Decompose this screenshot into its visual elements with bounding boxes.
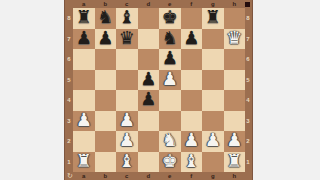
square-c1[interactable]: ♝ [116, 152, 138, 173]
piece-black-pawn-a7[interactable]: ♟ [76, 29, 92, 47]
square-f3[interactable] [181, 111, 203, 132]
file-label-c: c [116, 172, 138, 180]
square-c4[interactable] [116, 90, 138, 111]
rank-label-6: 6 [244, 49, 252, 70]
square-h1[interactable]: ♜ [224, 152, 246, 173]
piece-white-pawn-c2[interactable]: ♟ [119, 131, 135, 149]
square-g5[interactable] [202, 70, 224, 91]
square-e3[interactable] [159, 111, 181, 132]
menu-icon[interactable] [245, 2, 250, 7]
file-label-f: f [181, 172, 203, 180]
square-b8[interactable]: ♞ [95, 8, 117, 29]
square-h4[interactable] [224, 90, 246, 111]
rank-label-2: 2 [65, 131, 73, 152]
piece-black-king-e8[interactable]: ♚ [162, 8, 178, 26]
rank-label-1: 1 [244, 152, 252, 173]
square-d2[interactable] [138, 131, 160, 152]
square-d6[interactable] [138, 49, 160, 70]
rank-label-8: 8 [244, 8, 252, 29]
piece-black-knight-e7[interactable]: ♞ [162, 29, 178, 47]
piece-white-pawn-h2[interactable]: ♟ [226, 131, 242, 149]
square-c6[interactable] [116, 49, 138, 70]
file-label-b: b [95, 172, 117, 180]
piece-black-pawn-b7[interactable]: ♟ [97, 29, 113, 47]
piece-white-pawn-e5[interactable]: ♟ [162, 70, 178, 88]
square-a5[interactable] [73, 70, 95, 91]
square-e4[interactable] [159, 90, 181, 111]
square-a7[interactable]: ♟ [73, 29, 95, 50]
rank-label-5: 5 [244, 70, 252, 91]
square-c7[interactable]: ♛ [116, 29, 138, 50]
square-f8[interactable] [181, 8, 203, 29]
file-label-h: h [224, 172, 246, 180]
square-b2[interactable] [95, 131, 117, 152]
square-h7[interactable]: ♛ [224, 29, 246, 50]
square-h6[interactable] [224, 49, 246, 70]
square-b7[interactable]: ♟ [95, 29, 117, 50]
square-a2[interactable] [73, 131, 95, 152]
square-g4[interactable] [202, 90, 224, 111]
piece-black-knight-b8[interactable]: ♞ [97, 8, 113, 26]
rank-label-3: 3 [65, 111, 73, 132]
rank-labels-left: 87654321 [65, 8, 73, 172]
square-d4[interactable]: ♟ [138, 90, 160, 111]
chess-board-frame: abcdefgh 87654321 87654321 ♜♞♝♚♜♟♟♛♞♟♛♟♟… [64, 0, 253, 180]
square-e6[interactable]: ♟ [159, 49, 181, 70]
square-a3[interactable]: ♟ [73, 111, 95, 132]
piece-black-pawn-d4[interactable]: ♟ [140, 90, 156, 108]
square-c5[interactable] [116, 70, 138, 91]
piece-white-bishop-c1[interactable]: ♝ [119, 152, 135, 170]
piece-white-knight-e2[interactable]: ♞ [162, 131, 178, 149]
chess-app: abcdefgh 87654321 87654321 ♜♞♝♚♜♟♟♛♞♟♛♟♟… [0, 0, 320, 180]
square-b1[interactable] [95, 152, 117, 173]
square-g3[interactable] [202, 111, 224, 132]
square-f1[interactable]: ♝ [181, 152, 203, 173]
piece-white-pawn-g2[interactable]: ♟ [205, 131, 221, 149]
square-h2[interactable]: ♟ [224, 131, 246, 152]
square-d3[interactable] [138, 111, 160, 132]
square-f5[interactable] [181, 70, 203, 91]
rank-label-8: 8 [65, 8, 73, 29]
piece-white-pawn-a3[interactable]: ♟ [76, 111, 92, 129]
file-label-a: a [73, 172, 95, 180]
piece-black-rook-g8[interactable]: ♜ [205, 8, 221, 26]
rank-label-3: 3 [244, 111, 252, 132]
piece-white-pawn-f2[interactable]: ♟ [183, 131, 199, 149]
piece-white-queen-h7[interactable]: ♛ [226, 29, 242, 47]
square-g1[interactable] [202, 152, 224, 173]
square-c2[interactable]: ♟ [116, 131, 138, 152]
piece-white-king-e1[interactable]: ♚ [162, 152, 178, 170]
square-h5[interactable] [224, 70, 246, 91]
square-e2[interactable]: ♞ [159, 131, 181, 152]
square-g8[interactable]: ♜ [202, 8, 224, 29]
square-d8[interactable] [138, 8, 160, 29]
rank-label-5: 5 [65, 70, 73, 91]
square-a8[interactable]: ♜ [73, 8, 95, 29]
file-label-f: f [181, 0, 203, 8]
rank-label-7: 7 [244, 29, 252, 50]
square-e7[interactable]: ♞ [159, 29, 181, 50]
square-h3[interactable] [224, 111, 246, 132]
square-d7[interactable] [138, 29, 160, 50]
square-g6[interactable] [202, 49, 224, 70]
board-squares: ♜♞♝♚♜♟♟♛♞♟♛♟♟♟♟♟♟♟♞♟♟♟♜♝♚♝♜ [73, 8, 245, 172]
square-g2[interactable]: ♟ [202, 131, 224, 152]
square-b4[interactable] [95, 90, 117, 111]
square-b6[interactable] [95, 49, 117, 70]
file-labels-bottom: abcdefgh [73, 172, 245, 180]
rank-labels-right: 87654321 [244, 8, 252, 172]
refresh-icon[interactable]: ↻ [66, 172, 74, 180]
piece-black-rook-a8[interactable]: ♜ [76, 8, 92, 26]
square-f7[interactable]: ♟ [181, 29, 203, 50]
square-c3[interactable]: ♟ [116, 111, 138, 132]
file-label-d: d [138, 172, 160, 180]
square-f2[interactable]: ♟ [181, 131, 203, 152]
square-c8[interactable]: ♝ [116, 8, 138, 29]
file-label-e: e [159, 172, 181, 180]
square-f6[interactable] [181, 49, 203, 70]
piece-black-pawn-f7[interactable]: ♟ [183, 29, 199, 47]
piece-white-bishop-f1[interactable]: ♝ [183, 152, 199, 170]
rank-label-6: 6 [65, 49, 73, 70]
square-e5[interactable]: ♟ [159, 70, 181, 91]
rank-label-7: 7 [65, 29, 73, 50]
piece-black-pawn-e6[interactable]: ♟ [162, 49, 178, 67]
square-b5[interactable] [95, 70, 117, 91]
square-h8[interactable] [224, 8, 246, 29]
file-label-h: h [224, 0, 246, 8]
rank-label-2: 2 [244, 131, 252, 152]
piece-white-rook-a1[interactable]: ♜ [76, 152, 92, 170]
square-b3[interactable] [95, 111, 117, 132]
square-e8[interactable]: ♚ [159, 8, 181, 29]
square-e1[interactable]: ♚ [159, 152, 181, 173]
square-f4[interactable] [181, 90, 203, 111]
piece-white-pawn-c3[interactable]: ♟ [119, 111, 135, 129]
piece-black-bishop-c8[interactable]: ♝ [119, 8, 135, 26]
square-a1[interactable]: ♜ [73, 152, 95, 173]
square-a6[interactable] [73, 49, 95, 70]
rank-label-1: 1 [65, 152, 73, 173]
square-d1[interactable] [138, 152, 160, 173]
file-label-d: d [138, 0, 160, 8]
file-label-g: g [202, 172, 224, 180]
rank-label-4: 4 [65, 90, 73, 111]
square-d5[interactable]: ♟ [138, 70, 160, 91]
piece-black-queen-c7[interactable]: ♛ [119, 29, 135, 47]
square-g7[interactable] [202, 29, 224, 50]
rank-label-4: 4 [244, 90, 252, 111]
piece-white-rook-h1[interactable]: ♜ [226, 152, 242, 170]
piece-black-pawn-d5[interactable]: ♟ [140, 70, 156, 88]
square-a4[interactable] [73, 90, 95, 111]
